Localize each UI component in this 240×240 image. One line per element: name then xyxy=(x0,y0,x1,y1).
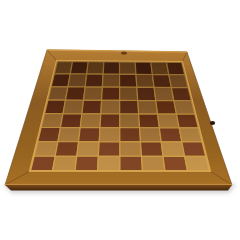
wood-knot xyxy=(121,51,127,54)
edge-notch xyxy=(210,121,215,125)
board-side-edge xyxy=(5,185,232,191)
photo-canvas xyxy=(0,0,240,240)
lighting-overlay xyxy=(30,61,210,171)
chessboard xyxy=(0,0,240,240)
